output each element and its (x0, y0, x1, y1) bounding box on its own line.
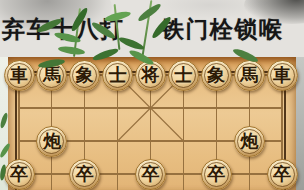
piece-zu-r3c6[interactable]: 卒 (201, 159, 232, 190)
piece-ju-r0c0[interactable]: 車 (4, 60, 35, 91)
piece-pao-r2c1[interactable]: 炮 (36, 126, 67, 157)
piece-glyph: 車 (270, 63, 295, 88)
piece-glyph: 卒 (270, 162, 295, 187)
xiangqi-board[interactable]: 車馬象士将士象馬車炮炮卒卒卒卒卒 (8, 57, 296, 190)
piece-zu-r3c4[interactable]: 卒 (135, 159, 166, 190)
piece-shi-r0c5[interactable]: 士 (168, 60, 199, 91)
piece-ma-r0c7[interactable]: 馬 (234, 60, 265, 91)
piece-glyph: 卒 (7, 162, 32, 187)
piece-glyph: 象 (72, 63, 97, 88)
piece-glyph: 馬 (237, 63, 262, 88)
piece-glyph: 卒 (72, 162, 97, 187)
piece-glyph: 車 (7, 63, 32, 88)
piece-pao-r2c7[interactable]: 炮 (234, 126, 265, 157)
piece-xiang-r0c6[interactable]: 象 (201, 60, 232, 91)
piece-glyph: 将 (138, 63, 163, 88)
lesson-title-left: 弃车十八打 (2, 16, 125, 43)
piece-ju-r0c8[interactable]: 車 (267, 60, 298, 91)
piece-glyph: 炮 (237, 129, 262, 154)
piece-glyph: 象 (204, 63, 229, 88)
lesson-title-right: 铁门栓锁喉 (161, 16, 284, 43)
piece-glyph: 卒 (138, 162, 163, 187)
piece-xiang-r0c2[interactable]: 象 (69, 60, 100, 91)
piece-jiang-r0c4[interactable]: 将 (135, 60, 166, 91)
piece-glyph: 馬 (39, 63, 64, 88)
piece-glyph: 士 (171, 63, 196, 88)
xiangqi-app-screen: 弃车十八打 铁门栓锁喉 (0, 0, 304, 190)
piece-ma-r0c1[interactable]: 馬 (36, 60, 67, 91)
piece-zu-r3c0[interactable]: 卒 (4, 159, 35, 190)
title-banner: 弃车十八打 铁门栓锁喉 (0, 0, 304, 57)
piece-glyph: 士 (105, 63, 130, 88)
piece-shi-r0c3[interactable]: 士 (102, 60, 133, 91)
piece-zu-r3c8[interactable]: 卒 (267, 159, 298, 190)
piece-glyph: 卒 (204, 162, 229, 187)
piece-zu-r3c2[interactable]: 卒 (69, 159, 100, 190)
piece-glyph: 炮 (39, 129, 64, 154)
